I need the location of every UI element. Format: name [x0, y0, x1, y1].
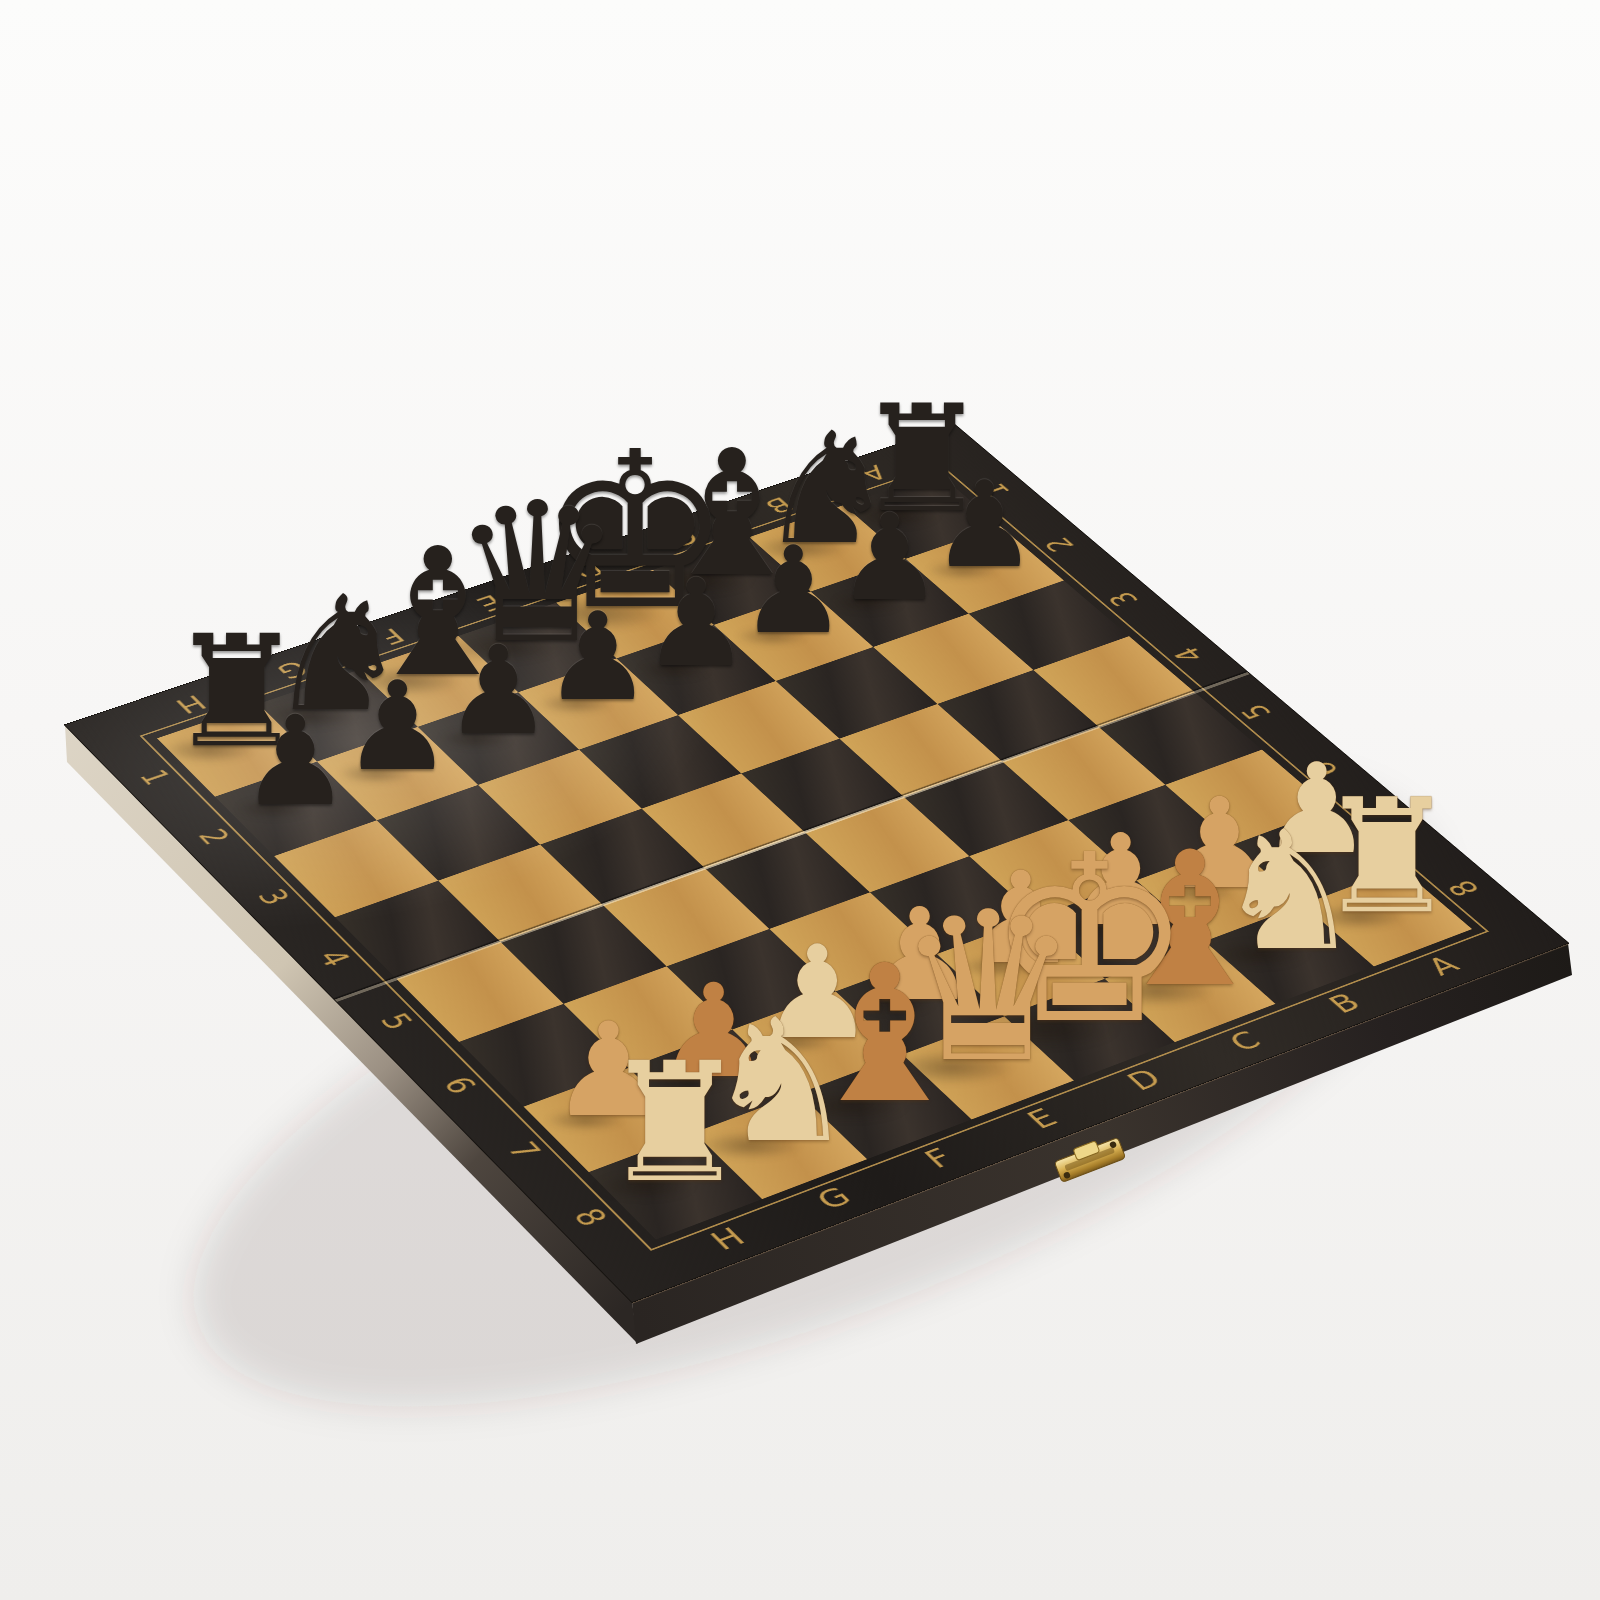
coord-label-right-2: 2 [1038, 534, 1079, 555]
coord-label-right-8: 8 [1442, 876, 1485, 899]
coord-label-bottom-e: E [1022, 1105, 1064, 1133]
coord-label-top-g: G [271, 658, 313, 683]
coord-label-top-c: C [664, 526, 703, 549]
coord-label-left-1: 1 [134, 766, 177, 788]
coord-label-right-7: 7 [1371, 817, 1414, 840]
coord-label-right-1: 1 [975, 480, 1016, 500]
coord-label-bottom-d: D [1122, 1065, 1168, 1094]
coord-label-right-6: 6 [1302, 758, 1345, 780]
coord-label-bottom-f: F [919, 1144, 959, 1171]
coord-label-left-3: 3 [252, 886, 296, 909]
coord-label-bottom-a: A [1422, 952, 1465, 979]
coord-label-right-3: 3 [1102, 588, 1143, 609]
coord-label-top-f: F [373, 625, 409, 648]
product-photo-stage: 11HH22GG33FF44EE55DD66CC77BB88AA ♜♞♝♛♚♝♞… [0, 0, 1600, 1600]
coord-label-top-b: B [759, 494, 798, 517]
coord-label-bottom-b: B [1324, 989, 1367, 1016]
coord-label-left-8: 8 [568, 1205, 614, 1231]
coord-label-bottom-c: C [1224, 1027, 1267, 1055]
coord-label-top-e: E [471, 591, 509, 614]
coord-label-top-a: A [854, 462, 893, 485]
coord-label-left-4: 4 [313, 947, 357, 971]
coord-label-top-h: H [170, 692, 211, 717]
coord-label-right-4: 4 [1168, 644, 1210, 665]
coord-label-right-5: 5 [1234, 700, 1276, 722]
coord-label-bottom-h: H [705, 1224, 751, 1254]
coord-label-left-7: 7 [502, 1138, 547, 1163]
coord-label-left-5: 5 [375, 1009, 419, 1033]
coord-label-left-6: 6 [438, 1073, 483, 1098]
coord-label-top-d: D [567, 558, 608, 582]
coord-label-bottom-g: G [811, 1183, 857, 1213]
coord-label-left-2: 2 [193, 825, 236, 848]
